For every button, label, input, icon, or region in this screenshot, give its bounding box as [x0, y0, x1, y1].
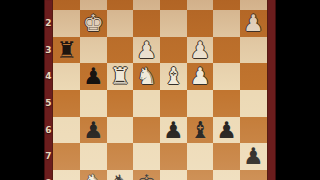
square-e2[interactable]	[160, 10, 187, 37]
square-f2[interactable]	[187, 10, 214, 37]
square-a5[interactable]	[53, 90, 80, 117]
square-h1[interactable]	[240, 0, 267, 10]
piece-bK-d8[interactable]: ♚	[133, 170, 160, 180]
square-e6[interactable]: ♟	[160, 117, 187, 144]
piece-bP-b6[interactable]: ♟	[80, 117, 107, 144]
square-h3[interactable]	[240, 37, 267, 64]
square-c4[interactable]: ♜	[107, 63, 134, 90]
square-d3[interactable]: ♟	[133, 37, 160, 64]
rank-label-2: 2	[44, 10, 53, 37]
square-c3[interactable]	[107, 37, 134, 64]
square-h5[interactable]	[240, 90, 267, 117]
square-c7[interactable]	[107, 143, 134, 170]
square-g5[interactable]	[213, 90, 240, 117]
piece-bB-f6[interactable]: ♝	[187, 117, 214, 144]
square-e3[interactable]	[160, 37, 187, 64]
square-h6[interactable]	[240, 117, 267, 144]
square-h8[interactable]	[240, 170, 267, 180]
square-g8[interactable]	[213, 170, 240, 180]
square-f4[interactable]: ♟	[187, 63, 214, 90]
rank-label-6: 6	[44, 117, 53, 144]
square-b2[interactable]: ♚	[80, 10, 107, 37]
square-a6[interactable]	[53, 117, 80, 144]
square-d4[interactable]: ♞	[133, 63, 160, 90]
piece-wN-b8[interactable]: ♞	[80, 170, 107, 180]
square-g7[interactable]	[213, 143, 240, 170]
square-e1[interactable]	[160, 0, 187, 10]
square-e7[interactable]	[160, 143, 187, 170]
piece-bP-e6[interactable]: ♟	[160, 117, 187, 144]
square-d1[interactable]	[133, 0, 160, 10]
rank-label-3: 3	[44, 37, 53, 64]
piece-wP-d3[interactable]: ♟	[133, 37, 160, 64]
piece-wR-c4[interactable]: ♜	[107, 63, 134, 90]
square-e8[interactable]	[160, 170, 187, 180]
square-c6[interactable]	[107, 117, 134, 144]
square-h4[interactable]	[240, 63, 267, 90]
square-b6[interactable]: ♟	[80, 117, 107, 144]
square-a8[interactable]	[53, 170, 80, 180]
square-d8[interactable]: ♚	[133, 170, 160, 180]
square-g6[interactable]: ♟	[213, 117, 240, 144]
square-f5[interactable]	[187, 90, 214, 117]
square-f6[interactable]: ♝	[187, 117, 214, 144]
square-g2[interactable]	[213, 10, 240, 37]
square-h2[interactable]: ♟	[240, 10, 267, 37]
piece-wN-d4[interactable]: ♞	[133, 63, 160, 90]
screenshot-stage: ♚♟♜♟♟♟♜♞♝♟♟♟♝♟♟♞♞♚ 12345678	[0, 0, 320, 180]
square-a4[interactable]	[53, 63, 80, 90]
square-a3[interactable]: ♜	[53, 37, 80, 64]
square-c5[interactable]	[107, 90, 134, 117]
square-d7[interactable]	[133, 143, 160, 170]
piece-bP-g6[interactable]: ♟	[213, 117, 240, 144]
piece-wB-e4[interactable]: ♝	[160, 63, 187, 90]
square-e4[interactable]: ♝	[160, 63, 187, 90]
square-b3[interactable]	[80, 37, 107, 64]
chess-board: ♚♟♜♟♟♟♜♞♝♟♟♟♝♟♟♞♞♚	[53, 0, 266, 180]
square-b1[interactable]	[80, 0, 107, 10]
piece-bP-b4[interactable]: ♟	[80, 63, 107, 90]
square-b8[interactable]: ♞	[80, 170, 107, 180]
piece-bN-c8[interactable]: ♞	[107, 170, 134, 180]
square-c2[interactable]	[107, 10, 134, 37]
piece-bP-h7[interactable]: ♟	[240, 143, 267, 170]
piece-wP-h2[interactable]: ♟	[240, 10, 267, 37]
piece-wP-f3[interactable]: ♟	[187, 37, 214, 64]
square-b7[interactable]	[80, 143, 107, 170]
square-f7[interactable]	[187, 143, 214, 170]
square-a7[interactable]	[53, 143, 80, 170]
piece-wP-f4[interactable]: ♟	[187, 63, 214, 90]
square-g4[interactable]	[213, 63, 240, 90]
square-d2[interactable]	[133, 10, 160, 37]
rank-label-8: 8	[44, 170, 53, 180]
square-f1[interactable]	[187, 0, 214, 10]
square-b5[interactable]	[80, 90, 107, 117]
rank-label-7: 7	[44, 143, 53, 170]
rank-label-4: 4	[44, 63, 53, 90]
square-e5[interactable]	[160, 90, 187, 117]
piece-wK-b2[interactable]: ♚	[80, 10, 107, 37]
square-d5[interactable]	[133, 90, 160, 117]
piece-bR-a3[interactable]: ♜	[53, 37, 80, 64]
square-f8[interactable]	[187, 170, 214, 180]
square-h7[interactable]: ♟	[240, 143, 267, 170]
square-c1[interactable]	[107, 0, 134, 10]
square-d6[interactable]	[133, 117, 160, 144]
square-g1[interactable]	[213, 0, 240, 10]
square-f3[interactable]: ♟	[187, 37, 214, 64]
square-a1[interactable]	[53, 0, 80, 10]
square-a2[interactable]	[53, 10, 80, 37]
square-c8[interactable]: ♞	[107, 170, 134, 180]
square-g3[interactable]	[213, 37, 240, 64]
rank-label-1: 1	[44, 0, 53, 10]
square-b4[interactable]: ♟	[80, 63, 107, 90]
rank-label-5: 5	[44, 90, 53, 117]
